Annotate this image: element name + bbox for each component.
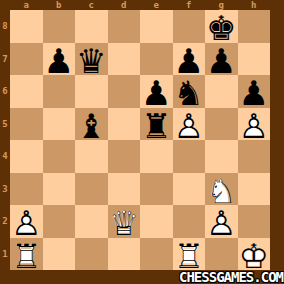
rank-labels: 87654321: [0, 10, 10, 270]
file-label-a: a: [10, 0, 43, 10]
black-pawn[interactable]: ♟: [206, 44, 236, 78]
square-g4[interactable]: [205, 140, 238, 173]
white-queen[interactable]: ♛♕: [109, 206, 139, 240]
square-b5[interactable]: [43, 108, 76, 141]
square-d4[interactable]: [108, 140, 141, 173]
square-f2[interactable]: [173, 205, 206, 238]
black-pawn[interactable]: ♟: [44, 44, 74, 78]
white-pawn[interactable]: ♟♙: [174, 109, 204, 143]
chessgames-board-diagram: abcdefgh 87654321 ♚♟♛♟♟♟♞♟♝♜♟♙♟♙♞♘♟♙♛♕♟♙…: [0, 0, 284, 284]
piece-outline: ♔: [239, 239, 269, 273]
file-label-h: h: [238, 0, 271, 10]
rank-label-5: 5: [0, 108, 10, 141]
rank-label-1: 1: [0, 238, 10, 271]
square-h6[interactable]: ♟: [238, 75, 271, 108]
square-a8[interactable]: [10, 10, 43, 43]
square-h7[interactable]: [238, 43, 271, 76]
square-d5[interactable]: [108, 108, 141, 141]
file-label-d: d: [108, 0, 141, 10]
square-c5[interactable]: ♝: [75, 108, 108, 141]
piece-outline: ♙: [239, 109, 269, 143]
square-f1[interactable]: ♜♖: [173, 238, 206, 271]
piece-outline: ♕: [109, 206, 139, 240]
square-b7[interactable]: ♟: [43, 43, 76, 76]
board: ♚♟♛♟♟♟♞♟♝♜♟♙♟♙♞♘♟♙♛♕♟♙♜♖♜♖♚♔: [10, 10, 270, 270]
piece-outline: ♖: [11, 239, 41, 273]
square-h2[interactable]: [238, 205, 271, 238]
square-e6[interactable]: ♟: [140, 75, 173, 108]
white-pawn[interactable]: ♟♙: [239, 109, 269, 143]
square-f7[interactable]: ♟: [173, 43, 206, 76]
black-rook[interactable]: ♜: [141, 109, 171, 143]
rank-label-7: 7: [0, 43, 10, 76]
file-label-b: b: [43, 0, 76, 10]
square-b1[interactable]: [43, 238, 76, 271]
rank-label-3: 3: [0, 173, 10, 206]
square-d7[interactable]: [108, 43, 141, 76]
square-d8[interactable]: [108, 10, 141, 43]
black-bishop[interactable]: ♝: [76, 109, 106, 143]
square-a2[interactable]: ♟♙: [10, 205, 43, 238]
rank-label-4: 4: [0, 140, 10, 173]
white-king[interactable]: ♚♔: [239, 239, 269, 273]
square-a6[interactable]: [10, 75, 43, 108]
rank-label-6: 6: [0, 75, 10, 108]
square-b2[interactable]: [43, 205, 76, 238]
square-f8[interactable]: [173, 10, 206, 43]
white-pawn[interactable]: ♟♙: [206, 206, 236, 240]
square-e8[interactable]: [140, 10, 173, 43]
square-b3[interactable]: [43, 173, 76, 206]
square-e3[interactable]: [140, 173, 173, 206]
file-label-e: e: [140, 0, 173, 10]
white-rook[interactable]: ♜♖: [11, 239, 41, 273]
white-rook[interactable]: ♜♖: [174, 239, 204, 273]
square-e7[interactable]: [140, 43, 173, 76]
square-d6[interactable]: [108, 75, 141, 108]
piece-outline: ♙: [206, 206, 236, 240]
square-c3[interactable]: [75, 173, 108, 206]
square-a5[interactable]: [10, 108, 43, 141]
square-h5[interactable]: ♟♙: [238, 108, 271, 141]
square-c7[interactable]: ♛: [75, 43, 108, 76]
black-queen[interactable]: ♛: [76, 44, 106, 78]
square-g7[interactable]: ♟: [205, 43, 238, 76]
square-a7[interactable]: [10, 43, 43, 76]
square-f3[interactable]: [173, 173, 206, 206]
square-c1[interactable]: [75, 238, 108, 271]
square-g2[interactable]: ♟♙: [205, 205, 238, 238]
square-g8[interactable]: ♚: [205, 10, 238, 43]
piece-outline: ♖: [174, 239, 204, 273]
square-c8[interactable]: [75, 10, 108, 43]
piece-outline: ♙: [174, 109, 204, 143]
square-d2[interactable]: ♛♕: [108, 205, 141, 238]
square-a4[interactable]: [10, 140, 43, 173]
square-a3[interactable]: [10, 173, 43, 206]
square-h1[interactable]: ♚♔: [238, 238, 271, 271]
square-b8[interactable]: [43, 10, 76, 43]
chessgames-watermark: CHESSGAMES.COM: [179, 270, 283, 284]
square-g3[interactable]: ♞♘: [205, 173, 238, 206]
square-f6[interactable]: ♞: [173, 75, 206, 108]
square-e1[interactable]: [140, 238, 173, 271]
square-e5[interactable]: ♜: [140, 108, 173, 141]
square-c2[interactable]: [75, 205, 108, 238]
square-a1[interactable]: ♜♖: [10, 238, 43, 271]
square-f5[interactable]: ♟♙: [173, 108, 206, 141]
square-h8[interactable]: [238, 10, 271, 43]
rank-label-2: 2: [0, 205, 10, 238]
square-b4[interactable]: [43, 140, 76, 173]
square-g5[interactable]: [205, 108, 238, 141]
square-e2[interactable]: [140, 205, 173, 238]
square-d3[interactable]: [108, 173, 141, 206]
rank-label-8: 8: [0, 10, 10, 43]
file-label-f: f: [173, 0, 206, 10]
file-label-c: c: [75, 0, 108, 10]
square-h3[interactable]: [238, 173, 271, 206]
